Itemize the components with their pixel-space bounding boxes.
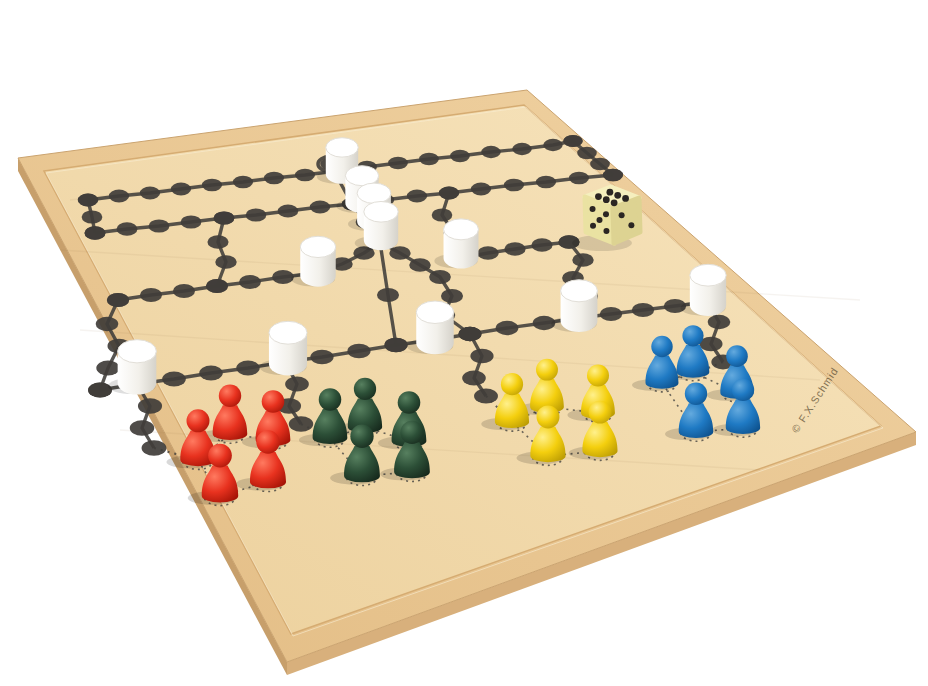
path-dot xyxy=(409,258,431,272)
path-dot xyxy=(708,315,731,329)
path-dot xyxy=(239,275,261,289)
path-dot xyxy=(377,288,399,302)
path-dot xyxy=(632,303,654,317)
path-dot xyxy=(407,190,427,203)
path-dot xyxy=(272,270,294,284)
path-dot xyxy=(96,317,119,331)
path-dot xyxy=(138,398,162,413)
path-dot xyxy=(310,350,333,365)
path-dot xyxy=(577,147,597,159)
path-dot xyxy=(432,208,453,221)
die-pip xyxy=(628,222,634,228)
path-dot xyxy=(471,183,491,196)
path-dot xyxy=(278,204,299,217)
path-dot xyxy=(206,279,228,293)
path-dot xyxy=(85,226,106,239)
path-dot xyxy=(130,420,155,436)
path-dot xyxy=(477,246,498,260)
die-pip xyxy=(614,192,621,199)
path-dot xyxy=(512,143,531,155)
path-dot xyxy=(389,246,410,260)
path-dot xyxy=(543,139,562,151)
path-dot xyxy=(214,211,235,224)
path-dot xyxy=(459,327,482,341)
die-pip xyxy=(611,199,618,206)
die-pip xyxy=(622,195,629,202)
path-dot xyxy=(181,215,202,228)
path-dot xyxy=(233,176,253,189)
path-dot xyxy=(82,210,103,223)
path-dot xyxy=(496,321,519,335)
path-dot xyxy=(236,361,259,376)
path-dot xyxy=(109,190,129,203)
die-pip xyxy=(619,212,625,218)
path-dot xyxy=(310,201,331,214)
die-pip xyxy=(595,193,602,200)
path-dot xyxy=(78,194,98,207)
die-pip xyxy=(590,223,596,229)
path-dot xyxy=(441,289,463,303)
path-dot xyxy=(207,235,228,248)
path-dot xyxy=(536,176,556,189)
die-pip xyxy=(597,217,603,223)
path-dot xyxy=(600,307,622,321)
path-dot xyxy=(140,288,162,302)
path-dot xyxy=(107,293,129,307)
path-dot xyxy=(504,179,524,192)
path-dot xyxy=(171,183,191,196)
die-pip xyxy=(590,206,596,212)
path-dot xyxy=(202,179,222,192)
board-photo: © F.X.Schmid xyxy=(0,0,928,686)
die-pip xyxy=(603,211,609,217)
path-dot xyxy=(572,253,593,267)
path-dot xyxy=(603,169,623,182)
path-dot xyxy=(199,366,223,381)
path-dot xyxy=(246,208,267,221)
game-board-svg: © F.X.Schmid xyxy=(0,0,928,686)
path-dot xyxy=(470,349,493,364)
path-dot xyxy=(429,270,451,284)
die-pip xyxy=(603,196,610,203)
path-dot xyxy=(162,372,186,387)
path-dot xyxy=(531,238,552,251)
path-dot xyxy=(215,255,237,269)
path-dot xyxy=(285,376,309,391)
die-face-right xyxy=(613,198,640,243)
die-pip xyxy=(606,189,613,196)
path-dot xyxy=(388,157,408,169)
path-dot xyxy=(96,361,119,376)
path-dot xyxy=(569,172,589,185)
path-dot xyxy=(504,242,525,255)
path-dot xyxy=(295,169,315,182)
path-dot xyxy=(347,344,370,359)
path-dot xyxy=(419,153,439,165)
path-dot xyxy=(384,338,407,353)
path-dot xyxy=(481,146,501,158)
path-dot xyxy=(563,135,582,147)
path-dot xyxy=(173,284,195,298)
path-dot xyxy=(149,219,170,232)
path-dot xyxy=(117,222,138,235)
path-dot xyxy=(590,158,610,171)
board-surface xyxy=(44,105,881,634)
path-dot xyxy=(140,187,160,200)
die-pip xyxy=(603,228,609,234)
path-dot xyxy=(264,172,284,185)
path-dot xyxy=(462,371,486,386)
path-dot xyxy=(439,187,459,200)
path-dot xyxy=(450,150,470,162)
